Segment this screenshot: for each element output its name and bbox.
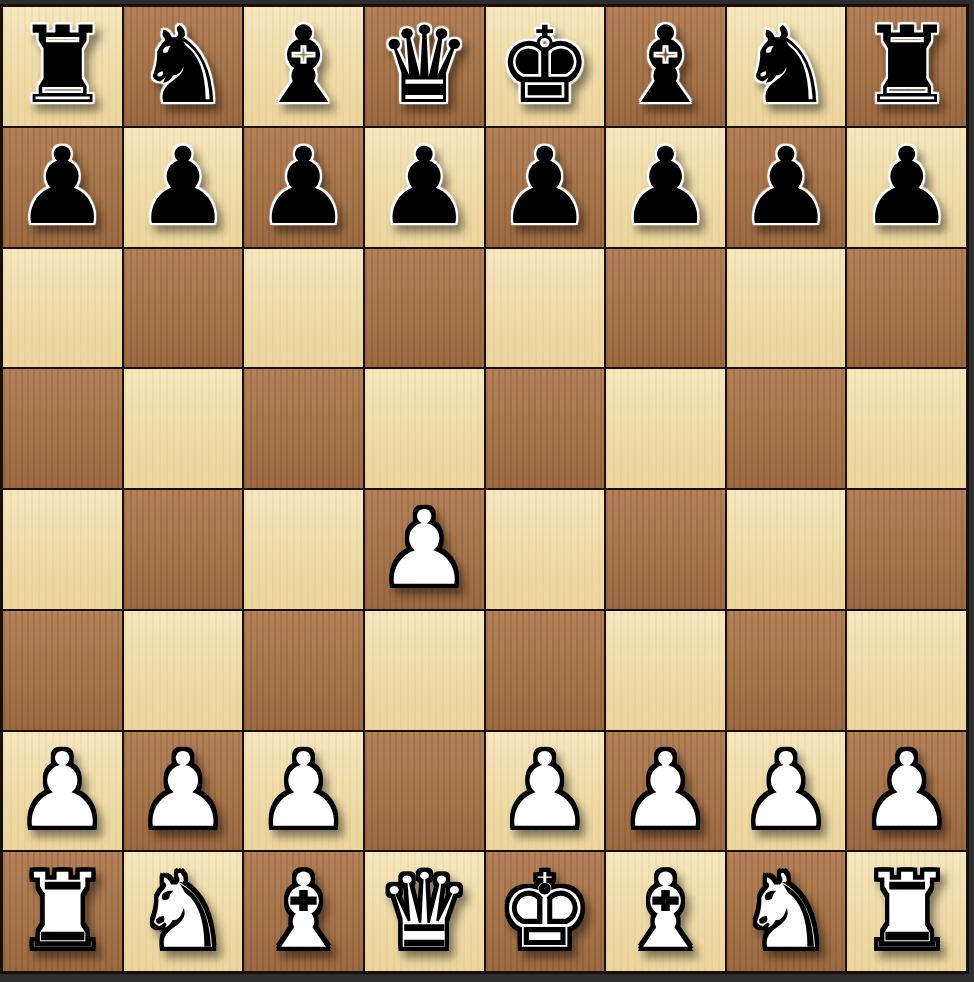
square-g1[interactable]: ♞ [727, 852, 846, 971]
square-g5[interactable] [727, 369, 846, 488]
piece-black-pawn[interactable]: ♟ [859, 134, 954, 240]
piece-black-pawn[interactable]: ♟ [377, 134, 472, 240]
piece-white-pawn[interactable]: ♟ [135, 738, 230, 844]
square-d7[interactable]: ♟ [365, 128, 484, 247]
square-g8[interactable]: ♞ [727, 7, 846, 126]
square-d6[interactable] [365, 249, 484, 368]
square-b6[interactable] [124, 249, 243, 368]
square-a6[interactable] [3, 249, 122, 368]
square-e5[interactable] [486, 369, 605, 488]
square-h1[interactable]: ♜ [847, 852, 966, 971]
square-e7[interactable]: ♟ [486, 128, 605, 247]
square-c6[interactable] [244, 249, 363, 368]
square-e4[interactable] [486, 490, 605, 609]
square-g3[interactable] [727, 611, 846, 730]
square-f6[interactable] [606, 249, 725, 368]
square-f1[interactable]: ♝ [606, 852, 725, 971]
piece-black-knight[interactable]: ♞ [739, 13, 834, 119]
square-f7[interactable]: ♟ [606, 128, 725, 247]
piece-white-pawn[interactable]: ♟ [377, 496, 472, 602]
piece-black-pawn[interactable]: ♟ [618, 134, 713, 240]
square-a3[interactable] [3, 611, 122, 730]
square-b4[interactable] [124, 490, 243, 609]
square-e6[interactable] [486, 249, 605, 368]
square-b2[interactable]: ♟ [124, 732, 243, 851]
square-h4[interactable] [847, 490, 966, 609]
square-h2[interactable]: ♟ [847, 732, 966, 851]
square-g2[interactable]: ♟ [727, 732, 846, 851]
square-d3[interactable] [365, 611, 484, 730]
piece-black-pawn[interactable]: ♟ [497, 134, 592, 240]
square-c1[interactable]: ♝ [244, 852, 363, 971]
square-d5[interactable] [365, 369, 484, 488]
square-d4[interactable]: ♟ [365, 490, 484, 609]
piece-black-rook[interactable]: ♜ [859, 13, 954, 119]
piece-black-pawn[interactable]: ♟ [135, 134, 230, 240]
piece-white-rook[interactable]: ♜ [15, 859, 110, 965]
piece-white-queen[interactable]: ♛ [377, 859, 472, 965]
square-c2[interactable]: ♟ [244, 732, 363, 851]
square-f5[interactable] [606, 369, 725, 488]
square-c8[interactable]: ♝ [244, 7, 363, 126]
square-e3[interactable] [486, 611, 605, 730]
square-a4[interactable] [3, 490, 122, 609]
square-g7[interactable]: ♟ [727, 128, 846, 247]
piece-black-king[interactable]: ♚ [497, 13, 592, 119]
square-f4[interactable] [606, 490, 725, 609]
piece-black-bishop[interactable]: ♝ [618, 13, 713, 119]
square-h3[interactable] [847, 611, 966, 730]
piece-black-pawn[interactable]: ♟ [15, 134, 110, 240]
piece-white-pawn[interactable]: ♟ [497, 738, 592, 844]
square-h5[interactable] [847, 369, 966, 488]
square-b5[interactable] [124, 369, 243, 488]
chess-board: ♜♞♝♛♚♝♞♜♟♟♟♟♟♟♟♟♟♟♟♟♟♟♟♟♜♞♝♛♚♝♞♜ [0, 4, 969, 974]
piece-white-pawn[interactable]: ♟ [739, 738, 834, 844]
square-e2[interactable]: ♟ [486, 732, 605, 851]
piece-black-pawn[interactable]: ♟ [256, 134, 351, 240]
square-h8[interactable]: ♜ [847, 7, 966, 126]
square-a5[interactable] [3, 369, 122, 488]
piece-white-king[interactable]: ♚ [497, 859, 592, 965]
square-b8[interactable]: ♞ [124, 7, 243, 126]
square-d8[interactable]: ♛ [365, 7, 484, 126]
piece-white-bishop[interactable]: ♝ [618, 859, 713, 965]
square-c5[interactable] [244, 369, 363, 488]
square-c4[interactable] [244, 490, 363, 609]
square-a7[interactable]: ♟ [3, 128, 122, 247]
square-f3[interactable] [606, 611, 725, 730]
square-c3[interactable] [244, 611, 363, 730]
square-c7[interactable]: ♟ [244, 128, 363, 247]
piece-black-knight[interactable]: ♞ [135, 13, 230, 119]
square-a8[interactable]: ♜ [3, 7, 122, 126]
piece-white-pawn[interactable]: ♟ [618, 738, 713, 844]
piece-white-pawn[interactable]: ♟ [859, 738, 954, 844]
square-f2[interactable]: ♟ [606, 732, 725, 851]
square-e1[interactable]: ♚ [486, 852, 605, 971]
square-g6[interactable] [727, 249, 846, 368]
square-d1[interactable]: ♛ [365, 852, 484, 971]
square-d2[interactable] [365, 732, 484, 851]
piece-white-knight[interactable]: ♞ [135, 859, 230, 965]
piece-black-rook[interactable]: ♜ [15, 13, 110, 119]
square-h6[interactable] [847, 249, 966, 368]
square-b7[interactable]: ♟ [124, 128, 243, 247]
square-b1[interactable]: ♞ [124, 852, 243, 971]
piece-black-pawn[interactable]: ♟ [739, 134, 834, 240]
piece-white-knight[interactable]: ♞ [739, 859, 834, 965]
square-h7[interactable]: ♟ [847, 128, 966, 247]
square-e8[interactable]: ♚ [486, 7, 605, 126]
piece-black-queen[interactable]: ♛ [377, 13, 472, 119]
piece-white-bishop[interactable]: ♝ [256, 859, 351, 965]
square-g4[interactable] [727, 490, 846, 609]
piece-white-pawn[interactable]: ♟ [15, 738, 110, 844]
square-a1[interactable]: ♜ [3, 852, 122, 971]
board-canvas: ♜♞♝♛♚♝♞♜♟♟♟♟♟♟♟♟♟♟♟♟♟♟♟♟♜♞♝♛♚♝♞♜ [0, 0, 974, 982]
piece-white-rook[interactable]: ♜ [859, 859, 954, 965]
square-a2[interactable]: ♟ [3, 732, 122, 851]
square-f8[interactable]: ♝ [606, 7, 725, 126]
piece-black-bishop[interactable]: ♝ [256, 13, 351, 119]
square-b3[interactable] [124, 611, 243, 730]
piece-white-pawn[interactable]: ♟ [256, 738, 351, 844]
